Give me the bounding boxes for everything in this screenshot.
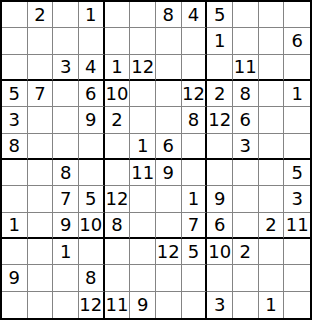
cell-r8c8[interactable]: 1: [182, 186, 208, 212]
cell-r9c3[interactable]: 9: [53, 213, 79, 239]
cell-r11c7[interactable]: [156, 265, 182, 291]
cell-r3c10[interactable]: 11: [233, 55, 259, 81]
cell-r6c10[interactable]: 3: [233, 134, 259, 160]
cell-r9c10[interactable]: [233, 213, 259, 239]
cell-r8c11[interactable]: [259, 186, 285, 212]
cell-r11c3[interactable]: [53, 265, 79, 291]
cell-r5c10[interactable]: 6: [233, 107, 259, 133]
cell-r1c1[interactable]: [2, 2, 28, 28]
cell-r8c2[interactable]: [28, 186, 54, 212]
cell-r10c12[interactable]: [284, 239, 310, 265]
cell-r3c2[interactable]: [28, 55, 54, 81]
cell-r7c4[interactable]: [79, 160, 105, 186]
cell-r3c11[interactable]: [259, 55, 285, 81]
cell-r5c7[interactable]: [156, 107, 182, 133]
cell-r1c11[interactable]: [259, 2, 285, 28]
cell-r9c7[interactable]: [156, 213, 182, 239]
cell-r8c5[interactable]: 12: [105, 186, 131, 212]
cell-r12c10[interactable]: [233, 292, 259, 318]
cell-r4c11[interactable]: [259, 81, 285, 107]
cell-r9c2[interactable]: [28, 213, 54, 239]
cell-r8c7[interactable]: [156, 186, 182, 212]
cell-r8c4[interactable]: 5: [79, 186, 105, 212]
cell-r2c9[interactable]: 1: [207, 28, 233, 54]
cell-r7c3[interactable]: 8: [53, 160, 79, 186]
cell-r6c7[interactable]: 6: [156, 134, 182, 160]
cell-r1c12[interactable]: [284, 2, 310, 28]
cell-r10c1[interactable]: [2, 239, 28, 265]
cell-r7c5[interactable]: [105, 160, 131, 186]
cell-r12c5[interactable]: 11: [105, 292, 131, 318]
cell-r12c9[interactable]: 3: [207, 292, 233, 318]
cell-r8c9[interactable]: 9: [207, 186, 233, 212]
cell-r9c12[interactable]: 11: [284, 213, 310, 239]
cell-r6c4[interactable]: [79, 134, 105, 160]
cell-r2c10[interactable]: [233, 28, 259, 54]
cell-r9c5[interactable]: 8: [105, 213, 131, 239]
cell-r12c3[interactable]: [53, 292, 79, 318]
cell-r7c8[interactable]: [182, 160, 208, 186]
cell-r5c12[interactable]: [284, 107, 310, 133]
cell-r8c3[interactable]: 7: [53, 186, 79, 212]
cell-r8c12[interactable]: 3: [284, 186, 310, 212]
cell-r3c8[interactable]: [182, 55, 208, 81]
cell-r12c2[interactable]: [28, 292, 54, 318]
cell-r9c1[interactable]: 1: [2, 213, 28, 239]
cell-r1c2[interactable]: 2: [28, 2, 54, 28]
cell-r12c7[interactable]: [156, 292, 182, 318]
cell-r6c12[interactable]: [284, 134, 310, 160]
cell-r11c4[interactable]: 8: [79, 265, 105, 291]
cell-r3c5[interactable]: 1: [105, 55, 131, 81]
cell-r5c6[interactable]: [130, 107, 156, 133]
cell-r6c5[interactable]: [105, 134, 131, 160]
cell-r5c4[interactable]: 9: [79, 107, 105, 133]
cell-r2c1[interactable]: [2, 28, 28, 54]
cell-r2c12[interactable]: 6: [284, 28, 310, 54]
cell-r3c4[interactable]: 4: [79, 55, 105, 81]
cell-r11c5[interactable]: [105, 265, 131, 291]
cell-r12c1[interactable]: [2, 292, 28, 318]
cell-r10c7[interactable]: 12: [156, 239, 182, 265]
cell-r10c2[interactable]: [28, 239, 54, 265]
cell-r9c4[interactable]: 10: [79, 213, 105, 239]
cell-r2c4[interactable]: [79, 28, 105, 54]
cell-r6c3[interactable]: [53, 134, 79, 160]
cell-r7c10[interactable]: [233, 160, 259, 186]
cell-r1c8[interactable]: 4: [182, 2, 208, 28]
cell-r12c8[interactable]: [182, 292, 208, 318]
cell-r7c2[interactable]: [28, 160, 54, 186]
cell-r2c6[interactable]: [130, 28, 156, 54]
cell-r4c2[interactable]: 7: [28, 81, 54, 107]
cell-r4c5[interactable]: 10: [105, 81, 131, 107]
cell-r6c6[interactable]: 1: [130, 134, 156, 160]
cell-r4c9[interactable]: 2: [207, 81, 233, 107]
cell-r9c9[interactable]: 6: [207, 213, 233, 239]
cell-r12c12[interactable]: [284, 292, 310, 318]
cell-r5c2[interactable]: [28, 107, 54, 133]
cell-r11c12[interactable]: [284, 265, 310, 291]
cell-r2c2[interactable]: [28, 28, 54, 54]
cell-r3c12[interactable]: [284, 55, 310, 81]
cell-r9c6[interactable]: [130, 213, 156, 239]
cell-r11c1[interactable]: 9: [2, 265, 28, 291]
cell-r5c5[interactable]: 2: [105, 107, 131, 133]
cell-r4c3[interactable]: [53, 81, 79, 107]
cell-r8c6[interactable]: [130, 186, 156, 212]
cell-r11c8[interactable]: [182, 265, 208, 291]
cell-r3c3[interactable]: 3: [53, 55, 79, 81]
cell-r11c10[interactable]: [233, 265, 259, 291]
cell-r3c1[interactable]: [2, 55, 28, 81]
cell-r7c7[interactable]: 9: [156, 160, 182, 186]
cell-r10c5[interactable]: [105, 239, 131, 265]
sudoku-board: 2184516341121157610122813928126816381195…: [0, 0, 312, 320]
cell-r4c8[interactable]: 12: [182, 81, 208, 107]
cell-r12c11[interactable]: 1: [259, 292, 285, 318]
cell-r9c8[interactable]: 7: [182, 213, 208, 239]
cell-r4c1[interactable]: 5: [2, 81, 28, 107]
cell-r2c3[interactable]: [53, 28, 79, 54]
cell-r5c9[interactable]: 12: [207, 107, 233, 133]
cell-r6c9[interactable]: [207, 134, 233, 160]
cell-r10c10[interactable]: 2: [233, 239, 259, 265]
cell-r10c3[interactable]: 1: [53, 239, 79, 265]
cell-r3c6[interactable]: 12: [130, 55, 156, 81]
cell-r7c11[interactable]: [259, 160, 285, 186]
cell-r2c11[interactable]: [259, 28, 285, 54]
cell-r5c3[interactable]: [53, 107, 79, 133]
cell-r8c1[interactable]: [2, 186, 28, 212]
cell-r10c6[interactable]: [130, 239, 156, 265]
cell-r2c7[interactable]: [156, 28, 182, 54]
cell-r1c5[interactable]: [105, 2, 131, 28]
cell-r4c6[interactable]: [130, 81, 156, 107]
cell-r12c6[interactable]: 9: [130, 292, 156, 318]
cell-r4c12[interactable]: 1: [284, 81, 310, 107]
cell-r10c4[interactable]: [79, 239, 105, 265]
cell-r10c8[interactable]: 5: [182, 239, 208, 265]
cell-r7c9[interactable]: [207, 160, 233, 186]
cell-r3c7[interactable]: [156, 55, 182, 81]
cell-r1c6[interactable]: [130, 2, 156, 28]
cell-r2c8[interactable]: [182, 28, 208, 54]
cell-r2c5[interactable]: [105, 28, 131, 54]
cell-r1c3[interactable]: [53, 2, 79, 28]
cell-r10c11[interactable]: [259, 239, 285, 265]
cell-r1c10[interactable]: [233, 2, 259, 28]
cell-r6c2[interactable]: [28, 134, 54, 160]
cell-r5c8[interactable]: 8: [182, 107, 208, 133]
cell-r6c8[interactable]: [182, 134, 208, 160]
cell-r6c11[interactable]: [259, 134, 285, 160]
cell-r4c4[interactable]: 6: [79, 81, 105, 107]
cell-r11c9[interactable]: [207, 265, 233, 291]
cell-r4c7[interactable]: [156, 81, 182, 107]
cell-r5c1[interactable]: 3: [2, 107, 28, 133]
cell-r6c1[interactable]: 8: [2, 134, 28, 160]
cell-r11c2[interactable]: [28, 265, 54, 291]
cell-r7c12[interactable]: 5: [284, 160, 310, 186]
cell-r7c6[interactable]: 11: [130, 160, 156, 186]
cell-r11c6[interactable]: [130, 265, 156, 291]
cell-r7c1[interactable]: [2, 160, 28, 186]
cell-r10c9[interactable]: 10: [207, 239, 233, 265]
cell-r1c4[interactable]: 1: [79, 2, 105, 28]
cell-r5c11[interactable]: [259, 107, 285, 133]
cell-r1c9[interactable]: 5: [207, 2, 233, 28]
cell-r11c11[interactable]: [259, 265, 285, 291]
cell-r9c11[interactable]: 2: [259, 213, 285, 239]
cell-r8c10[interactable]: [233, 186, 259, 212]
cell-r1c7[interactable]: 8: [156, 2, 182, 28]
cell-r3c9[interactable]: [207, 55, 233, 81]
cell-r4c10[interactable]: 8: [233, 81, 259, 107]
cell-r12c4[interactable]: 12: [79, 292, 105, 318]
